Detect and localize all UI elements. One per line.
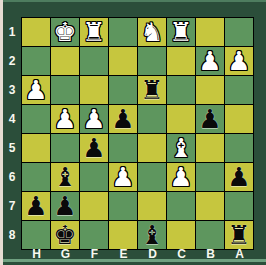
piece-white-pawn: ♟ [111,164,134,190]
square-d1[interactable]: ♞ [138,18,166,46]
square-h2[interactable] [22,47,50,75]
square-c5[interactable]: ♝ [167,134,195,162]
square-a5[interactable] [225,134,253,162]
square-d3[interactable]: ♜ [138,76,166,104]
rank-label-2: 2 [4,47,20,76]
square-g5[interactable] [51,134,79,162]
square-c3[interactable] [167,76,195,104]
rank-label-8: 8 [4,221,20,250]
square-h5[interactable] [22,134,50,162]
square-g6[interactable]: ♝ [51,163,79,191]
square-b1[interactable] [196,18,224,46]
file-label-e: E [109,248,138,260]
square-b8[interactable] [196,221,224,249]
square-c4[interactable] [167,105,195,133]
rank-label-5: 5 [4,134,20,163]
square-h4[interactable] [22,105,50,133]
square-g7[interactable]: ♟ [51,192,79,220]
square-f8[interactable] [80,221,108,249]
square-e1[interactable] [109,18,137,46]
square-f7[interactable] [80,192,108,220]
square-g2[interactable] [51,47,79,75]
square-a1[interactable] [225,18,253,46]
rank-label-7: 7 [4,192,20,221]
file-label-c: C [167,248,196,260]
square-g1[interactable]: ♚ [51,18,79,46]
square-a6[interactable]: ♟ [225,163,253,191]
square-e5[interactable] [109,134,137,162]
square-e8[interactable] [109,221,137,249]
file-labels: HGFEDCBA [22,248,254,260]
square-f1[interactable]: ♜ [80,18,108,46]
piece-black-pawn: ♟ [53,193,76,219]
piece-black-pawn: ♟ [227,164,250,190]
rank-label-1: 1 [4,18,20,47]
piece-white-rook: ♜ [169,19,192,45]
square-e3[interactable] [109,76,137,104]
file-label-f: F [80,248,109,260]
square-d2[interactable] [138,47,166,75]
square-a8[interactable]: ♜ [225,221,253,249]
square-f2[interactable] [80,47,108,75]
square-e7[interactable] [109,192,137,220]
square-c1[interactable]: ♜ [167,18,195,46]
piece-white-pawn: ♟ [53,106,76,132]
file-label-a: A [225,248,254,260]
square-h7[interactable]: ♟ [22,192,50,220]
square-f5[interactable]: ♟ [80,134,108,162]
square-g4[interactable]: ♟ [51,105,79,133]
square-e6[interactable]: ♟ [109,163,137,191]
piece-black-bishop: ♝ [53,164,76,190]
square-b2[interactable]: ♟ [196,47,224,75]
board: ♚♜♞♜♟♟♟♜♟♟♟♟♟♝♝♟♟♟♟♟♚♝♜ [21,17,254,250]
piece-black-rook: ♜ [227,222,250,248]
square-h1[interactable] [22,18,50,46]
square-d6[interactable] [138,163,166,191]
square-b6[interactable] [196,163,224,191]
square-b5[interactable] [196,134,224,162]
square-c2[interactable] [167,47,195,75]
file-label-d: D [138,248,167,260]
piece-white-pawn: ♟ [198,48,221,74]
square-d5[interactable] [138,134,166,162]
rank-label-4: 4 [4,105,20,134]
piece-white-knight: ♞ [140,19,163,45]
square-f6[interactable] [80,163,108,191]
square-h6[interactable] [22,163,50,191]
file-label-b: B [196,248,225,260]
square-h8[interactable] [22,221,50,249]
square-a3[interactable] [225,76,253,104]
square-g8[interactable]: ♚ [51,221,79,249]
square-e2[interactable] [109,47,137,75]
rank-label-6: 6 [4,163,20,192]
piece-black-king: ♚ [53,222,76,248]
square-d7[interactable] [138,192,166,220]
square-b7[interactable] [196,192,224,220]
piece-black-pawn: ♟ [82,135,105,161]
square-f3[interactable] [80,76,108,104]
square-c7[interactable] [167,192,195,220]
rank-label-3: 3 [4,76,20,105]
square-h3[interactable]: ♟ [22,76,50,104]
piece-white-bishop: ♝ [169,135,192,161]
square-d4[interactable] [138,105,166,133]
piece-white-king: ♚ [53,19,76,45]
square-a4[interactable] [225,105,253,133]
piece-white-rook: ♜ [82,19,105,45]
piece-black-rook: ♜ [140,77,163,103]
square-a7[interactable] [225,192,253,220]
square-b3[interactable] [196,76,224,104]
piece-white-pawn: ♟ [227,48,250,74]
rank-labels: 12345678 [4,18,20,250]
top-edge-bevel [3,0,266,2]
piece-black-bishop: ♝ [140,222,163,248]
piece-white-pawn: ♟ [169,164,192,190]
left-edge-bevel [0,0,3,265]
square-d8[interactable]: ♝ [138,221,166,249]
chess-diagram: 12345678 ♚♜♞♜♟♟♟♜♟♟♟♟♟♝♝♟♟♟♟♟♚♝♜ HGFEDCB… [0,0,266,265]
square-e4[interactable]: ♟ [109,105,137,133]
square-c8[interactable] [167,221,195,249]
piece-white-pawn: ♟ [24,77,47,103]
square-b4[interactable]: ♟ [196,105,224,133]
piece-black-pawn: ♟ [198,106,221,132]
square-g3[interactable] [51,76,79,104]
file-label-g: G [51,248,80,260]
file-label-h: H [22,248,51,260]
square-c6[interactable]: ♟ [167,163,195,191]
piece-black-pawn: ♟ [111,106,134,132]
piece-white-pawn: ♟ [82,106,105,132]
piece-black-pawn: ♟ [24,193,47,219]
square-f4[interactable]: ♟ [80,105,108,133]
square-a2[interactable]: ♟ [225,47,253,75]
